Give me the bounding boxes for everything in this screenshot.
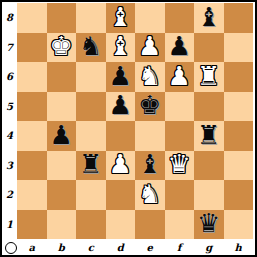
rank-label-2: 2 — [2, 180, 17, 210]
square-d4[interactable] — [106, 121, 136, 151]
square-a2[interactable] — [17, 180, 47, 210]
square-a5[interactable] — [17, 92, 47, 122]
file-label-d: d — [106, 239, 136, 255]
square-b1[interactable] — [47, 210, 77, 240]
white-knight: ♞ — [138, 181, 161, 207]
square-d3[interactable]: ♟ — [106, 151, 136, 181]
square-f5[interactable] — [165, 92, 195, 122]
square-e3[interactable]: ♝ — [135, 151, 165, 181]
white-pawn: ♟ — [109, 151, 132, 177]
square-f7[interactable]: ♟ — [165, 33, 195, 63]
black-rook: ♜ — [79, 151, 102, 177]
file-label-b: b — [47, 239, 77, 255]
black-pawn: ♟ — [109, 63, 132, 89]
square-c4[interactable] — [76, 121, 106, 151]
square-b7[interactable]: ♚ — [47, 33, 77, 63]
square-b2[interactable] — [47, 180, 77, 210]
black-rook: ♜ — [197, 122, 220, 148]
square-e5[interactable]: ♚ — [135, 92, 165, 122]
square-e6[interactable]: ♞ — [135, 62, 165, 92]
black-bishop: ♝ — [197, 4, 220, 30]
square-b3[interactable] — [47, 151, 77, 181]
square-g3[interactable] — [194, 151, 224, 181]
square-c3[interactable]: ♜ — [76, 151, 106, 181]
square-h3[interactable] — [224, 151, 254, 181]
white-bishop: ♝ — [109, 33, 132, 59]
file-label-f: f — [165, 239, 195, 255]
square-h4[interactable] — [224, 121, 254, 151]
square-a6[interactable] — [17, 62, 47, 92]
rank-label-8: 8 — [2, 3, 17, 33]
square-a3[interactable] — [17, 151, 47, 181]
square-h6[interactable] — [224, 62, 254, 92]
square-h1[interactable] — [224, 210, 254, 240]
square-g6[interactable]: ♜ — [194, 62, 224, 92]
rank-label-3: 3 — [2, 151, 17, 181]
square-f8[interactable] — [165, 3, 195, 33]
square-d2[interactable] — [106, 180, 136, 210]
chess-diagram: 87654321 ♝♝♚♞♝♟♟♟♞♟♜♟♚♟♜♜♟♝♛♞♛ abcdefgh — [0, 0, 257, 257]
square-e2[interactable]: ♞ — [135, 180, 165, 210]
square-g7[interactable] — [194, 33, 224, 63]
square-h5[interactable] — [224, 92, 254, 122]
file-label-c: c — [76, 239, 106, 255]
side-to-move-indicator — [5, 242, 17, 254]
black-queen: ♛ — [197, 210, 220, 236]
square-f6[interactable]: ♟ — [165, 62, 195, 92]
rank-label-6: 6 — [2, 62, 17, 92]
square-f2[interactable] — [165, 180, 195, 210]
rank-label-4: 4 — [2, 121, 17, 151]
square-g8[interactable]: ♝ — [194, 3, 224, 33]
file-labels: abcdefgh — [17, 239, 253, 255]
square-b5[interactable] — [47, 92, 77, 122]
rank-label-5: 5 — [2, 92, 17, 122]
square-d5[interactable]: ♟ — [106, 92, 136, 122]
square-b6[interactable] — [47, 62, 77, 92]
square-e4[interactable] — [135, 121, 165, 151]
square-c5[interactable] — [76, 92, 106, 122]
square-h7[interactable] — [224, 33, 254, 63]
square-f4[interactable] — [165, 121, 195, 151]
square-f1[interactable] — [165, 210, 195, 240]
file-label-a: a — [17, 239, 47, 255]
black-king: ♚ — [138, 92, 161, 118]
file-label-e: e — [135, 239, 165, 255]
white-queen: ♛ — [168, 151, 191, 177]
square-e8[interactable] — [135, 3, 165, 33]
square-h2[interactable] — [224, 180, 254, 210]
file-label-g: g — [194, 239, 224, 255]
square-e1[interactable] — [135, 210, 165, 240]
square-g1[interactable]: ♛ — [194, 210, 224, 240]
black-knight: ♞ — [79, 33, 102, 59]
black-pawn: ♟ — [50, 122, 73, 148]
black-bishop: ♝ — [138, 151, 161, 177]
square-g4[interactable]: ♜ — [194, 121, 224, 151]
square-d7[interactable]: ♝ — [106, 33, 136, 63]
square-a1[interactable] — [17, 210, 47, 240]
white-king: ♚ — [50, 33, 73, 59]
rank-label-1: 1 — [2, 210, 17, 240]
rank-labels: 87654321 — [2, 3, 17, 239]
square-g2[interactable] — [194, 180, 224, 210]
white-pawn: ♟ — [168, 63, 191, 89]
square-b8[interactable] — [47, 3, 77, 33]
chess-board: ♝♝♚♞♝♟♟♟♞♟♜♟♚♟♜♜♟♝♛♞♛ — [17, 3, 253, 239]
square-a8[interactable] — [17, 3, 47, 33]
square-a7[interactable] — [17, 33, 47, 63]
square-c8[interactable] — [76, 3, 106, 33]
square-g5[interactable] — [194, 92, 224, 122]
square-h8[interactable] — [224, 3, 254, 33]
square-d6[interactable]: ♟ — [106, 62, 136, 92]
white-rook: ♜ — [197, 63, 220, 89]
square-c7[interactable]: ♞ — [76, 33, 106, 63]
white-bishop: ♝ — [109, 4, 132, 30]
rank-label-7: 7 — [2, 33, 17, 63]
square-c6[interactable] — [76, 62, 106, 92]
square-c2[interactable] — [76, 180, 106, 210]
square-f3[interactable]: ♛ — [165, 151, 195, 181]
square-a4[interactable] — [17, 121, 47, 151]
square-c1[interactable] — [76, 210, 106, 240]
white-pawn: ♟ — [138, 33, 161, 59]
white-knight: ♞ — [138, 63, 161, 89]
square-e7[interactable]: ♟ — [135, 33, 165, 63]
black-pawn: ♟ — [109, 92, 132, 118]
square-b4[interactable]: ♟ — [47, 121, 77, 151]
square-d8[interactable]: ♝ — [106, 3, 136, 33]
square-d1[interactable] — [106, 210, 136, 240]
black-pawn: ♟ — [168, 33, 191, 59]
file-label-h: h — [224, 239, 254, 255]
